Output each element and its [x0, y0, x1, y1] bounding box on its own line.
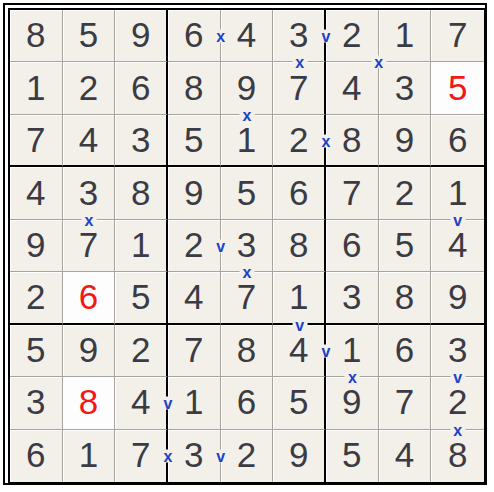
cell-digit: 1 — [237, 122, 256, 157]
cell-digit: 6 — [342, 227, 361, 262]
cell-digit: 6 — [395, 332, 414, 367]
cell-r3c7[interactable]: 8 — [326, 115, 379, 167]
cell-digit: 5 — [79, 17, 98, 52]
cell-digit: 6 — [289, 175, 308, 210]
xv-marker-v: v — [213, 240, 228, 253]
cell-r6c2[interactable]: 6 — [63, 272, 116, 324]
cell-digit: 1 — [26, 70, 45, 105]
cell-digit: 3 — [79, 175, 98, 210]
xv-marker-x: x — [240, 266, 255, 279]
cell-digit: 9 — [448, 279, 467, 314]
cell-r8c1[interactable]: 3 — [10, 377, 63, 429]
cell-digit: 7 — [342, 175, 361, 210]
cell-digit: 4 — [79, 122, 98, 157]
cell-digit: 7 — [26, 122, 45, 157]
cell-r5c1[interactable]: 9 — [10, 220, 63, 272]
cell-digit: 7 — [131, 437, 150, 472]
cell-r1c9[interactable]: 7 — [431, 10, 484, 62]
cell-r2c2[interactable]: 2 — [63, 62, 116, 114]
cell-r7c1[interactable]: 5 — [10, 325, 63, 377]
cell-r6c4[interactable]: 4 — [168, 272, 221, 324]
cell-digit: 8 — [289, 227, 308, 262]
cell-digit: 2 — [395, 175, 414, 210]
cell-r9c8[interactable]: 4 — [379, 430, 432, 482]
sudoku-screenshot: 8596432171268974357435128964389567219712… — [0, 0, 494, 492]
cell-digit: 8 — [26, 17, 45, 52]
cell-r3c4[interactable]: 5 — [168, 115, 221, 167]
cell-r4c3[interactable]: 8 — [115, 167, 168, 219]
cell-digit: 3 — [448, 332, 467, 367]
cell-r7c5[interactable]: 8 — [221, 325, 274, 377]
cell-r2c9[interactable]: 5 — [431, 62, 484, 114]
cell-digit: 9 — [342, 384, 361, 419]
cell-digit: 7 — [289, 70, 308, 105]
cell-digit: 3 — [395, 70, 414, 105]
cell-r1c3[interactable]: 9 — [115, 10, 168, 62]
cell-r8c8[interactable]: 7 — [379, 377, 432, 429]
cell-r7c2[interactable]: 9 — [63, 325, 116, 377]
cell-r4c4[interactable]: 9 — [168, 167, 221, 219]
xv-marker-x: x — [240, 108, 255, 121]
cell-digit: 4 — [26, 175, 45, 210]
cell-digit: 1 — [395, 17, 414, 52]
cell-digit: 8 — [448, 437, 467, 472]
cell-r2c3[interactable]: 6 — [115, 62, 168, 114]
cell-r6c7[interactable]: 3 — [326, 272, 379, 324]
cell-digit: 1 — [289, 279, 308, 314]
cell-digit: 6 — [237, 384, 256, 419]
cell-r4c7[interactable]: 7 — [326, 167, 379, 219]
cell-digit: 4 — [342, 70, 361, 105]
xv-marker-v: v — [450, 213, 465, 226]
cell-digit: 2 — [184, 227, 203, 262]
cell-r1c8[interactable]: 1 — [379, 10, 432, 62]
cell-digit: 5 — [237, 175, 256, 210]
cell-digit: 9 — [79, 332, 98, 367]
cell-digit: 9 — [237, 70, 256, 105]
cell-digit: 4 — [395, 437, 414, 472]
cell-digit: 1 — [79, 437, 98, 472]
cell-r4c6[interactable]: 6 — [273, 167, 326, 219]
cell-digit: 7 — [395, 384, 414, 419]
xv-marker-x: x — [82, 213, 97, 226]
cell-digit: 3 — [184, 437, 203, 472]
cell-r5c8[interactable]: 5 — [379, 220, 432, 272]
cell-digit: 2 — [131, 332, 150, 367]
cell-digit: 9 — [26, 227, 45, 262]
cell-digit: 1 — [448, 175, 467, 210]
xv-marker-v: v — [161, 397, 176, 410]
cell-digit: 3 — [26, 384, 45, 419]
cell-digit: 1 — [131, 227, 150, 262]
cell-digit: 9 — [184, 175, 203, 210]
cell-r1c1[interactable]: 8 — [10, 10, 63, 62]
cell-r3c8[interactable]: 9 — [379, 115, 432, 167]
cell-digit: 7 — [184, 332, 203, 367]
cell-digit: 1 — [184, 384, 203, 419]
xv-marker-x: x — [319, 135, 334, 148]
cell-r1c7[interactable]: 2 — [326, 10, 379, 62]
cell-r9c5[interactable]: 2 — [221, 430, 274, 482]
cell-digit: 9 — [289, 437, 308, 472]
xv-marker-v: v — [450, 371, 465, 384]
cell-r3c2[interactable]: 4 — [63, 115, 116, 167]
cell-r6c9[interactable]: 9 — [431, 272, 484, 324]
cell-r3c9[interactable]: 6 — [431, 115, 484, 167]
cell-digit: 3 — [131, 122, 150, 157]
cell-digit: 4 — [184, 279, 203, 314]
cell-r4c1[interactable]: 4 — [10, 167, 63, 219]
cell-r2c1[interactable]: 1 — [10, 62, 63, 114]
xv-marker-x: x — [292, 56, 307, 69]
cell-r5c3[interactable]: 1 — [115, 220, 168, 272]
sudoku-grid: 8596432171268974357435128964389567219712… — [10, 10, 484, 482]
cell-digit: 8 — [184, 70, 203, 105]
cell-digit: 9 — [395, 122, 414, 157]
cell-digit: 2 — [26, 279, 45, 314]
cell-digit: 2 — [448, 384, 467, 419]
cell-r4c8[interactable]: 2 — [379, 167, 432, 219]
cell-digit: 2 — [237, 437, 256, 472]
xv-marker-v: v — [292, 318, 307, 331]
cell-r9c7[interactable]: 5 — [326, 430, 379, 482]
cell-r8c4[interactable]: 1 — [168, 377, 221, 429]
cell-digit: 4 — [131, 384, 150, 419]
cell-r9c1[interactable]: 6 — [10, 430, 63, 482]
xv-marker-x: x — [161, 449, 176, 462]
xv-marker-v: v — [213, 449, 228, 462]
cell-r2c4[interactable]: 8 — [168, 62, 221, 114]
cell-r6c3[interactable]: 5 — [115, 272, 168, 324]
cell-digit: 4 — [289, 332, 308, 367]
cell-r8c2[interactable]: 8 — [63, 377, 116, 429]
cell-digit: 2 — [289, 122, 308, 157]
cell-digit: 4 — [448, 227, 467, 262]
xv-marker-x: x — [371, 56, 386, 69]
cell-digit: 5 — [342, 437, 361, 472]
cell-digit: 7 — [448, 17, 467, 52]
cell-digit: 2 — [79, 70, 98, 105]
cell-digit: 8 — [342, 122, 361, 157]
cell-r6c1[interactable]: 2 — [10, 272, 63, 324]
xv-marker-v: v — [319, 30, 334, 43]
cell-digit: 3 — [342, 279, 361, 314]
cell-r3c1[interactable]: 7 — [10, 115, 63, 167]
cell-digit: 5 — [448, 70, 467, 105]
cell-digit: 2 — [342, 17, 361, 52]
cell-digit: 6 — [26, 437, 45, 472]
cell-digit: 5 — [184, 122, 203, 157]
cell-digit: 6 — [79, 279, 98, 314]
cell-r8c5[interactable]: 6 — [221, 377, 274, 429]
cell-r6c8[interactable]: 8 — [379, 272, 432, 324]
cell-digit: 5 — [395, 227, 414, 262]
cell-r9c2[interactable]: 1 — [63, 430, 116, 482]
xv-marker-v: v — [319, 344, 334, 357]
cell-digit: 7 — [237, 279, 256, 314]
cell-digit: 4 — [237, 17, 256, 52]
cell-r2c7[interactable]: 4 — [326, 62, 379, 114]
cell-digit: 8 — [395, 279, 414, 314]
cell-digit: 8 — [131, 175, 150, 210]
cell-r9c6[interactable]: 9 — [273, 430, 326, 482]
cell-digit: 5 — [289, 384, 308, 419]
sudoku-board: 8596432171268974357435128964389567219712… — [8, 8, 486, 484]
cell-digit: 9 — [131, 17, 150, 52]
cell-digit: 3 — [289, 17, 308, 52]
cell-digit: 6 — [184, 17, 203, 52]
xv-marker-x: x — [213, 30, 228, 43]
cell-digit: 5 — [131, 279, 150, 314]
cell-r2c8[interactable]: 3 — [379, 62, 432, 114]
cell-r7c3[interactable]: 2 — [115, 325, 168, 377]
cell-digit: 5 — [26, 332, 45, 367]
xv-marker-x: x — [345, 371, 360, 384]
cell-r5c7[interactable]: 6 — [326, 220, 379, 272]
cell-r1c5[interactable]: 4 — [221, 10, 274, 62]
cell-digit: 8 — [79, 384, 98, 419]
cell-digit: 6 — [448, 122, 467, 157]
cell-r4c5[interactable]: 5 — [221, 167, 274, 219]
cell-digit: 7 — [79, 227, 98, 262]
cell-r1c2[interactable]: 5 — [63, 10, 116, 62]
cell-r8c6[interactable]: 5 — [273, 377, 326, 429]
xv-marker-x: x — [450, 423, 465, 436]
cell-r5c6[interactable]: 8 — [273, 220, 326, 272]
cell-r7c4[interactable]: 7 — [168, 325, 221, 377]
cell-digit: 8 — [237, 332, 256, 367]
cell-r3c3[interactable]: 3 — [115, 115, 168, 167]
cell-digit: 6 — [131, 70, 150, 105]
cell-digit: 3 — [237, 227, 256, 262]
cell-r7c8[interactable]: 6 — [379, 325, 432, 377]
cell-digit: 1 — [342, 332, 361, 367]
